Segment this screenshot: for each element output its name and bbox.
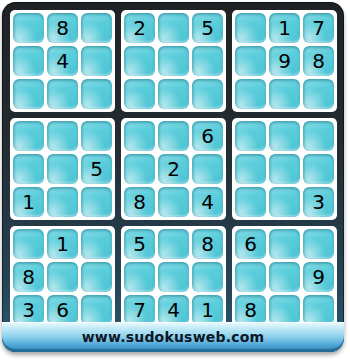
- cell-r8c3[interactable]: [81, 262, 112, 292]
- cell-r3c6[interactable]: [192, 79, 223, 109]
- cell-r5c5[interactable]: 2: [158, 154, 189, 184]
- cell-r1c7[interactable]: [235, 13, 266, 43]
- cell-r2c1[interactable]: [13, 46, 44, 76]
- cell-r9c7[interactable]: 8: [235, 295, 266, 325]
- cell-r8c7[interactable]: [235, 262, 266, 292]
- cell-r9c8[interactable]: [269, 295, 300, 325]
- cell-r5c2[interactable]: [47, 154, 78, 184]
- cell-r1c6[interactable]: 5: [192, 13, 223, 43]
- cell-r5c1[interactable]: [13, 154, 44, 184]
- cell-r8c8[interactable]: [269, 262, 300, 292]
- box-2-3: 3: [232, 118, 337, 220]
- cell-r4c6[interactable]: 6: [192, 121, 223, 151]
- cell-r8c9[interactable]: 9: [303, 262, 334, 292]
- cell-r3c1[interactable]: [13, 79, 44, 109]
- cell-r2c6[interactable]: [192, 46, 223, 76]
- cell-r4c7[interactable]: [235, 121, 266, 151]
- cell-r5c7[interactable]: [235, 154, 266, 184]
- box-1-2: 25: [121, 10, 226, 112]
- board-frame: 842517985162843183658741698 www.sudokusw…: [2, 2, 344, 352]
- cell-r2c5[interactable]: [158, 46, 189, 76]
- box-1-1: 84: [10, 10, 115, 112]
- box-2-2: 6284: [121, 118, 226, 220]
- cell-r2c7[interactable]: [235, 46, 266, 76]
- box-3-3: 698: [232, 226, 337, 328]
- cell-r9c2[interactable]: 6: [47, 295, 78, 325]
- cell-r2c4[interactable]: [124, 46, 155, 76]
- cell-r2c9[interactable]: 8: [303, 46, 334, 76]
- cell-r5c4[interactable]: [124, 154, 155, 184]
- cell-r3c7[interactable]: [235, 79, 266, 109]
- cell-r5c6[interactable]: [192, 154, 223, 184]
- cell-r4c3[interactable]: [81, 121, 112, 151]
- cell-r8c1[interactable]: 8: [13, 262, 44, 292]
- cell-r7c6[interactable]: 8: [192, 229, 223, 259]
- cell-r2c8[interactable]: 9: [269, 46, 300, 76]
- cell-r1c8[interactable]: 1: [269, 13, 300, 43]
- site-url-link[interactable]: www.sudokusweb.com: [82, 329, 265, 345]
- cell-r1c5[interactable]: [158, 13, 189, 43]
- cell-r7c2[interactable]: 1: [47, 229, 78, 259]
- cell-r9c6[interactable]: 1: [192, 295, 223, 325]
- cell-r6c7[interactable]: [235, 187, 266, 217]
- box-3-2: 58741: [121, 226, 226, 328]
- cell-r4c9[interactable]: [303, 121, 334, 151]
- cell-r7c9[interactable]: [303, 229, 334, 259]
- cell-r3c4[interactable]: [124, 79, 155, 109]
- footer-bar: www.sudokusweb.com: [2, 322, 344, 352]
- cell-r6c6[interactable]: 4: [192, 187, 223, 217]
- cell-r6c1[interactable]: 1: [13, 187, 44, 217]
- cell-r6c9[interactable]: 3: [303, 187, 334, 217]
- cell-r9c4[interactable]: 7: [124, 295, 155, 325]
- cell-r3c5[interactable]: [158, 79, 189, 109]
- cell-r1c3[interactable]: [81, 13, 112, 43]
- cell-r1c1[interactable]: [13, 13, 44, 43]
- cell-r3c9[interactable]: [303, 79, 334, 109]
- sudoku-page: 842517985162843183658741698 www.sudokusw…: [0, 0, 350, 360]
- cell-r1c2[interactable]: 8: [47, 13, 78, 43]
- cell-r4c1[interactable]: [13, 121, 44, 151]
- cell-r9c1[interactable]: 3: [13, 295, 44, 325]
- cell-r7c7[interactable]: 6: [235, 229, 266, 259]
- cell-r6c3[interactable]: [81, 187, 112, 217]
- cell-r6c4[interactable]: 8: [124, 187, 155, 217]
- cell-r4c4[interactable]: [124, 121, 155, 151]
- cell-r7c5[interactable]: [158, 229, 189, 259]
- cell-r8c4[interactable]: [124, 262, 155, 292]
- box-3-1: 1836: [10, 226, 115, 328]
- cell-r3c2[interactable]: [47, 79, 78, 109]
- cell-r2c2[interactable]: 4: [47, 46, 78, 76]
- cell-r9c3[interactable]: [81, 295, 112, 325]
- cell-r7c4[interactable]: 5: [124, 229, 155, 259]
- box-1-3: 1798: [232, 10, 337, 112]
- cell-r5c9[interactable]: [303, 154, 334, 184]
- cell-r7c1[interactable]: [13, 229, 44, 259]
- cell-r9c9[interactable]: [303, 295, 334, 325]
- cell-r3c3[interactable]: [81, 79, 112, 109]
- cell-r4c8[interactable]: [269, 121, 300, 151]
- cell-r1c9[interactable]: 7: [303, 13, 334, 43]
- cell-r5c8[interactable]: [269, 154, 300, 184]
- cell-r3c8[interactable]: [269, 79, 300, 109]
- sudoku-board: 842517985162843183658741698: [10, 10, 336, 328]
- cell-r6c2[interactable]: [47, 187, 78, 217]
- cell-r8c6[interactable]: [192, 262, 223, 292]
- cell-r8c5[interactable]: [158, 262, 189, 292]
- cell-r9c5[interactable]: 4: [158, 295, 189, 325]
- cell-r2c3[interactable]: [81, 46, 112, 76]
- cell-r4c5[interactable]: [158, 121, 189, 151]
- cell-r8c2[interactable]: [47, 262, 78, 292]
- cell-r6c8[interactable]: [269, 187, 300, 217]
- cell-r6c5[interactable]: [158, 187, 189, 217]
- cell-r4c2[interactable]: [47, 121, 78, 151]
- cell-r5c3[interactable]: 5: [81, 154, 112, 184]
- cell-r7c8[interactable]: [269, 229, 300, 259]
- cell-r1c4[interactable]: 2: [124, 13, 155, 43]
- cell-r7c3[interactable]: [81, 229, 112, 259]
- box-2-1: 51: [10, 118, 115, 220]
